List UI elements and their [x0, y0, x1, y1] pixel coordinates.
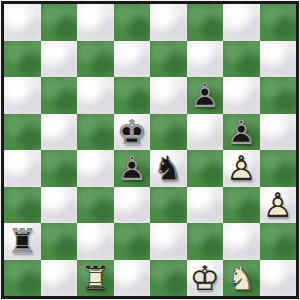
square-e3[interactable] [150, 187, 187, 224]
square-d1[interactable] [114, 260, 151, 297]
piece-white-rook[interactable]: ♜♖ [77, 260, 114, 297]
piece-black-pawn[interactable]: ♟♙ [114, 150, 151, 187]
square-g5[interactable]: ♟♙ [223, 114, 260, 151]
square-c4[interactable] [77, 150, 114, 187]
square-a8[interactable] [4, 4, 41, 41]
piece-white-king[interactable]: ♚♔ [187, 260, 224, 297]
square-c6[interactable] [77, 77, 114, 114]
black-pawn-icon: ♟ [114, 150, 151, 187]
square-g7[interactable] [223, 41, 260, 78]
square-h8[interactable] [260, 4, 297, 41]
square-e5[interactable] [150, 114, 187, 151]
square-g4[interactable]: ♟♙ [223, 150, 260, 187]
black-rook-icon: ♜ [4, 223, 41, 260]
square-c5[interactable] [77, 114, 114, 151]
square-d5[interactable]: ♚♔ [114, 114, 151, 151]
black-pawn-outline-icon: ♙ [114, 150, 151, 187]
square-b4[interactable] [41, 150, 78, 187]
black-knight-outline-icon: ♘ [150, 150, 187, 187]
piece-black-pawn[interactable]: ♟♙ [223, 114, 260, 151]
square-e6[interactable] [150, 77, 187, 114]
square-e4[interactable]: ♞♘ [150, 150, 187, 187]
black-king-icon: ♚ [114, 114, 151, 151]
square-f8[interactable] [187, 4, 224, 41]
square-e7[interactable] [150, 41, 187, 78]
square-c1[interactable]: ♜♖ [77, 260, 114, 297]
square-b8[interactable] [41, 4, 78, 41]
square-h2[interactable] [260, 223, 297, 260]
square-f7[interactable] [187, 41, 224, 78]
square-d4[interactable]: ♟♙ [114, 150, 151, 187]
white-pawn-outline-icon: ♙ [223, 150, 260, 187]
square-a1[interactable] [4, 260, 41, 297]
square-b6[interactable] [41, 77, 78, 114]
square-g3[interactable] [223, 187, 260, 224]
square-h7[interactable] [260, 41, 297, 78]
square-h6[interactable] [260, 77, 297, 114]
square-f5[interactable] [187, 114, 224, 151]
square-c2[interactable] [77, 223, 114, 260]
black-pawn-outline-icon: ♙ [187, 77, 224, 114]
piece-black-pawn[interactable]: ♟♙ [187, 77, 224, 114]
square-e1[interactable] [150, 260, 187, 297]
black-pawn-icon: ♟ [223, 114, 260, 151]
square-b1[interactable] [41, 260, 78, 297]
white-knight-outline-icon: ♘ [223, 260, 260, 297]
square-c3[interactable] [77, 187, 114, 224]
white-king-outline-icon: ♔ [187, 260, 224, 297]
piece-black-rook[interactable]: ♜♖ [4, 223, 41, 260]
square-f6[interactable]: ♟♙ [187, 77, 224, 114]
square-a2[interactable]: ♜♖ [4, 223, 41, 260]
square-f4[interactable] [187, 150, 224, 187]
square-d6[interactable] [114, 77, 151, 114]
square-g8[interactable] [223, 4, 260, 41]
square-a7[interactable] [4, 41, 41, 78]
piece-black-knight[interactable]: ♞♘ [150, 150, 187, 187]
piece-white-pawn[interactable]: ♟♙ [260, 187, 297, 224]
black-king-outline-icon: ♔ [114, 114, 151, 151]
black-knight-icon: ♞ [150, 150, 187, 187]
square-g6[interactable] [223, 77, 260, 114]
square-c8[interactable] [77, 4, 114, 41]
square-e2[interactable] [150, 223, 187, 260]
square-b7[interactable] [41, 41, 78, 78]
square-b2[interactable] [41, 223, 78, 260]
square-b5[interactable] [41, 114, 78, 151]
black-rook-outline-icon: ♖ [4, 223, 41, 260]
piece-black-king[interactable]: ♚♔ [114, 114, 151, 151]
square-h4[interactable] [260, 150, 297, 187]
square-h3[interactable]: ♟♙ [260, 187, 297, 224]
square-e8[interactable] [150, 4, 187, 41]
black-pawn-icon: ♟ [187, 77, 224, 114]
piece-white-knight[interactable]: ♞♘ [223, 260, 260, 297]
white-knight-icon: ♞ [223, 260, 260, 297]
chess-board: ♟♙♚♔♟♙♟♙♞♘♟♙♟♙♜♖♜♖♚♔♞♘ [1, 1, 299, 299]
white-rook-icon: ♜ [77, 260, 114, 297]
white-rook-outline-icon: ♖ [77, 260, 114, 297]
square-d3[interactable] [114, 187, 151, 224]
square-c7[interactable] [77, 41, 114, 78]
white-pawn-outline-icon: ♙ [260, 187, 297, 224]
square-h1[interactable] [260, 260, 297, 297]
square-d8[interactable] [114, 4, 151, 41]
square-d2[interactable] [114, 223, 151, 260]
square-h5[interactable] [260, 114, 297, 151]
square-a6[interactable] [4, 77, 41, 114]
square-a3[interactable] [4, 187, 41, 224]
square-f3[interactable] [187, 187, 224, 224]
square-a5[interactable] [4, 114, 41, 151]
white-king-icon: ♚ [187, 260, 224, 297]
piece-white-pawn[interactable]: ♟♙ [223, 150, 260, 187]
square-g2[interactable] [223, 223, 260, 260]
square-f1[interactable]: ♚♔ [187, 260, 224, 297]
square-f2[interactable] [187, 223, 224, 260]
square-b3[interactable] [41, 187, 78, 224]
white-pawn-icon: ♟ [260, 187, 297, 224]
black-pawn-outline-icon: ♙ [223, 114, 260, 151]
chess-board-frame: ♟♙♚♔♟♙♟♙♞♘♟♙♟♙♜♖♜♖♚♔♞♘ [0, 0, 300, 300]
square-g1[interactable]: ♞♘ [223, 260, 260, 297]
white-pawn-icon: ♟ [223, 150, 260, 187]
square-a4[interactable] [4, 150, 41, 187]
square-d7[interactable] [114, 41, 151, 78]
